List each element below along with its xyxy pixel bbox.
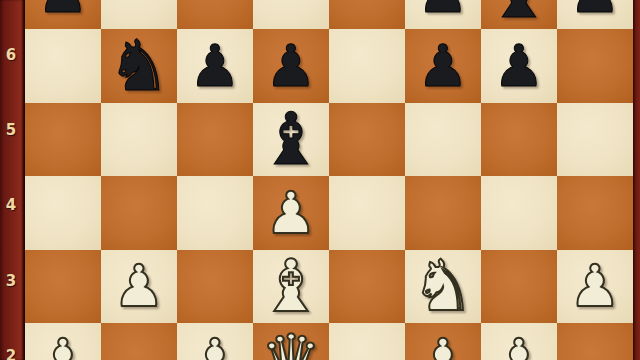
square-g7[interactable]: ♝ bbox=[481, 0, 557, 29]
square-c5[interactable] bbox=[177, 103, 253, 177]
piece-black-pawn-g6[interactable]: ♟ bbox=[493, 37, 545, 95]
square-e6[interactable] bbox=[329, 29, 405, 103]
square-f2[interactable]: ♟ bbox=[405, 323, 481, 360]
rank-label-6: 6 bbox=[0, 46, 22, 64]
square-d7[interactable] bbox=[253, 0, 329, 29]
piece-black-pawn-h7[interactable]: ♟ bbox=[569, 0, 621, 21]
piece-white-knight-f3[interactable]: ♞ bbox=[412, 251, 475, 321]
piece-black-pawn-d6[interactable]: ♟ bbox=[265, 37, 317, 95]
square-a5[interactable] bbox=[25, 103, 101, 177]
square-d2[interactable]: ♛ bbox=[253, 323, 329, 360]
chess-board: ♟♟♝♟♞♟♟♟♟♝♟♟♝♞♟♟♟♛♟♟ bbox=[25, 0, 633, 360]
rank-label-4: 4 bbox=[0, 196, 22, 214]
square-g2[interactable]: ♟ bbox=[481, 323, 557, 360]
piece-black-pawn-f6[interactable]: ♟ bbox=[417, 37, 469, 95]
square-a2[interactable]: ♟ bbox=[25, 323, 101, 360]
square-f6[interactable]: ♟ bbox=[405, 29, 481, 103]
piece-white-bishop-d3[interactable]: ♝ bbox=[259, 250, 324, 322]
square-g3[interactable] bbox=[481, 250, 557, 324]
piece-black-bishop-d5[interactable]: ♝ bbox=[259, 103, 324, 175]
square-b2[interactable] bbox=[101, 323, 177, 360]
chess-app-window: ♟♟♝♟♞♟♟♟♟♝♟♟♝♞♟♟♟♛♟♟ 65432 bbox=[0, 0, 640, 360]
square-b3[interactable]: ♟ bbox=[101, 250, 177, 324]
piece-white-pawn-h3[interactable]: ♟ bbox=[569, 257, 621, 315]
board-frame-left: 65432 bbox=[0, 0, 25, 360]
square-c7[interactable] bbox=[177, 0, 253, 29]
square-a6[interactable] bbox=[25, 29, 101, 103]
square-c2[interactable]: ♟ bbox=[177, 323, 253, 360]
square-c4[interactable] bbox=[177, 176, 253, 250]
square-d5[interactable]: ♝ bbox=[253, 103, 329, 177]
piece-white-pawn-d4[interactable]: ♟ bbox=[265, 184, 317, 242]
square-g5[interactable] bbox=[481, 103, 557, 177]
square-b5[interactable] bbox=[101, 103, 177, 177]
square-a4[interactable] bbox=[25, 176, 101, 250]
rank-label-2: 2 bbox=[0, 347, 22, 360]
square-h5[interactable] bbox=[557, 103, 633, 177]
square-f4[interactable] bbox=[405, 176, 481, 250]
square-h7[interactable]: ♟ bbox=[557, 0, 633, 29]
square-h2[interactable] bbox=[557, 323, 633, 360]
square-e4[interactable] bbox=[329, 176, 405, 250]
piece-white-pawn-f2[interactable]: ♟ bbox=[417, 331, 469, 360]
square-a3[interactable] bbox=[25, 250, 101, 324]
square-e7[interactable] bbox=[329, 0, 405, 29]
piece-black-pawn-c6[interactable]: ♟ bbox=[189, 37, 241, 95]
piece-white-queen-d2[interactable]: ♛ bbox=[261, 326, 322, 360]
piece-white-pawn-a2[interactable]: ♟ bbox=[37, 331, 89, 360]
piece-black-pawn-f7[interactable]: ♟ bbox=[417, 0, 469, 21]
square-a7[interactable]: ♟ bbox=[25, 0, 101, 29]
square-g6[interactable]: ♟ bbox=[481, 29, 557, 103]
piece-black-bishop-g7[interactable]: ♝ bbox=[487, 0, 552, 28]
board-frame-right bbox=[633, 0, 640, 360]
square-b6[interactable]: ♞ bbox=[101, 29, 177, 103]
piece-black-pawn-a7[interactable]: ♟ bbox=[37, 0, 89, 21]
square-d6[interactable]: ♟ bbox=[253, 29, 329, 103]
rank-label-3: 3 bbox=[0, 272, 22, 290]
square-e2[interactable] bbox=[329, 323, 405, 360]
square-f5[interactable] bbox=[405, 103, 481, 177]
square-d3[interactable]: ♝ bbox=[253, 250, 329, 324]
square-d4[interactable]: ♟ bbox=[253, 176, 329, 250]
square-h3[interactable]: ♟ bbox=[557, 250, 633, 324]
square-g4[interactable] bbox=[481, 176, 557, 250]
square-c3[interactable] bbox=[177, 250, 253, 324]
square-e5[interactable] bbox=[329, 103, 405, 177]
square-h4[interactable] bbox=[557, 176, 633, 250]
square-f7[interactable]: ♟ bbox=[405, 0, 481, 29]
rank-label-5: 5 bbox=[0, 121, 22, 139]
piece-white-pawn-c2[interactable]: ♟ bbox=[189, 331, 241, 360]
piece-black-knight-b6[interactable]: ♞ bbox=[108, 31, 171, 101]
piece-white-pawn-g2[interactable]: ♟ bbox=[493, 331, 545, 360]
square-h6[interactable] bbox=[557, 29, 633, 103]
piece-white-pawn-b3[interactable]: ♟ bbox=[113, 257, 165, 315]
square-f3[interactable]: ♞ bbox=[405, 250, 481, 324]
square-b4[interactable] bbox=[101, 176, 177, 250]
square-e3[interactable] bbox=[329, 250, 405, 324]
square-c6[interactable]: ♟ bbox=[177, 29, 253, 103]
